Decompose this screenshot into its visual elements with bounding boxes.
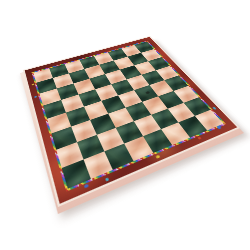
- chessboard-photo: [0, 0, 250, 250]
- board-grid: [33, 42, 223, 189]
- holographic-inner-line: [32, 41, 227, 192]
